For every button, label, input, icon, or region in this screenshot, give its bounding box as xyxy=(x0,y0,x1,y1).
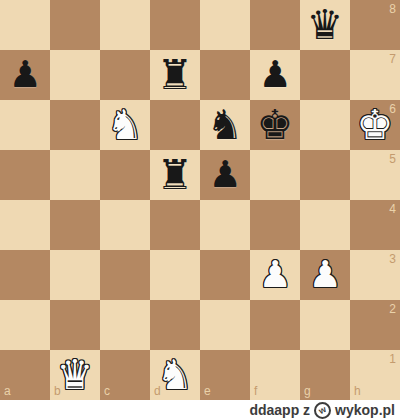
square-f1: f xyxy=(250,350,300,400)
square-b1: ♛b xyxy=(50,350,100,400)
rank-label-7: 7 xyxy=(389,53,396,65)
square-d1: ♞d xyxy=(150,350,200,400)
square-g3: ♟ xyxy=(300,250,350,300)
square-b4 xyxy=(50,200,100,250)
square-e4 xyxy=(200,200,250,250)
square-g5 xyxy=(300,150,350,200)
square-g8: ♛ xyxy=(300,0,350,50)
square-e2 xyxy=(200,300,250,350)
chess-diagram-page: ♛8♟♜♟7♞♞♚♚6♜♟54♟♟32a♛bc♞defg1h ddaapp z … xyxy=(0,0,400,420)
square-c6: ♞ xyxy=(100,100,150,150)
square-a2 xyxy=(0,300,50,350)
square-e7 xyxy=(200,50,250,100)
square-d7: ♜ xyxy=(150,50,200,100)
square-c4 xyxy=(100,200,150,250)
square-d2 xyxy=(150,300,200,350)
square-g4 xyxy=(300,200,350,250)
white-queen-piece: ♛ xyxy=(57,350,94,400)
square-h8: 8 xyxy=(350,0,400,50)
square-h3: 3 xyxy=(350,250,400,300)
black-pawn-piece: ♟ xyxy=(258,50,291,100)
square-b8 xyxy=(50,0,100,50)
square-d5: ♜ xyxy=(150,150,200,200)
square-h5: 5 xyxy=(350,150,400,200)
file-label-g: g xyxy=(304,385,311,397)
square-f8 xyxy=(250,0,300,50)
square-e1: e xyxy=(200,350,250,400)
square-f7: ♟ xyxy=(250,50,300,100)
black-pawn-piece: ♟ xyxy=(8,50,41,100)
file-label-f: f xyxy=(254,385,257,397)
watermark-credit: ddaapp z xyxy=(249,402,310,418)
square-f3: ♟ xyxy=(250,250,300,300)
black-knight-piece: ♞ xyxy=(207,100,244,150)
square-f6: ♚ xyxy=(250,100,300,150)
square-h4: 4 xyxy=(350,200,400,250)
square-f5 xyxy=(250,150,300,200)
white-knight-piece: ♞ xyxy=(157,350,194,400)
black-pawn-piece: ♟ xyxy=(208,150,241,200)
square-h7: 7 xyxy=(350,50,400,100)
black-rook-piece: ♜ xyxy=(157,150,194,200)
square-h1: 1h xyxy=(350,350,400,400)
wykop-logo-icon: w xyxy=(314,402,331,419)
square-b6 xyxy=(50,100,100,150)
square-a8 xyxy=(0,0,50,50)
rank-label-5: 5 xyxy=(389,153,396,165)
rank-label-2: 2 xyxy=(389,303,396,315)
square-b7 xyxy=(50,50,100,100)
chess-board: ♛8♟♜♟7♞♞♚♚6♜♟54♟♟32a♛bc♞defg1h xyxy=(0,0,400,400)
square-f4 xyxy=(250,200,300,250)
rank-label-8: 8 xyxy=(389,3,396,15)
file-label-e: e xyxy=(204,385,211,397)
square-h6: ♚6 xyxy=(350,100,400,150)
square-g2 xyxy=(300,300,350,350)
square-c1: c xyxy=(100,350,150,400)
square-e3 xyxy=(200,250,250,300)
square-a4 xyxy=(0,200,50,250)
black-queen-piece: ♛ xyxy=(307,0,344,50)
file-label-a: a xyxy=(4,385,11,397)
rank-label-1: 1 xyxy=(389,353,396,365)
watermark-bar: ddaapp z w wykop.pl xyxy=(0,400,400,420)
square-h2: 2 xyxy=(350,300,400,350)
watermark-site: wykop.pl xyxy=(335,402,395,418)
square-a7: ♟ xyxy=(0,50,50,100)
white-knight-piece: ♞ xyxy=(107,100,144,150)
square-d8 xyxy=(150,0,200,50)
white-king-piece: ♚ xyxy=(357,100,394,150)
file-label-c: c xyxy=(104,385,110,397)
square-b3 xyxy=(50,250,100,300)
black-rook-piece: ♜ xyxy=(157,50,194,100)
black-king-piece: ♚ xyxy=(257,100,294,150)
square-e5: ♟ xyxy=(200,150,250,200)
square-g7 xyxy=(300,50,350,100)
square-f2 xyxy=(250,300,300,350)
square-a6 xyxy=(0,100,50,150)
file-label-h: h xyxy=(354,385,361,397)
square-g1: g xyxy=(300,350,350,400)
square-e8 xyxy=(200,0,250,50)
square-e6: ♞ xyxy=(200,100,250,150)
square-a3 xyxy=(0,250,50,300)
white-pawn-piece: ♟ xyxy=(258,250,291,300)
square-c8 xyxy=(100,0,150,50)
square-b2 xyxy=(50,300,100,350)
square-d4 xyxy=(150,200,200,250)
square-g6 xyxy=(300,100,350,150)
rank-label-3: 3 xyxy=(389,253,396,265)
white-pawn-piece: ♟ xyxy=(308,250,341,300)
square-c5 xyxy=(100,150,150,200)
square-a1: a xyxy=(0,350,50,400)
square-c2 xyxy=(100,300,150,350)
square-c3 xyxy=(100,250,150,300)
square-a5 xyxy=(0,150,50,200)
square-b5 xyxy=(50,150,100,200)
square-d6 xyxy=(150,100,200,150)
rank-label-4: 4 xyxy=(389,203,396,215)
square-d3 xyxy=(150,250,200,300)
square-c7 xyxy=(100,50,150,100)
